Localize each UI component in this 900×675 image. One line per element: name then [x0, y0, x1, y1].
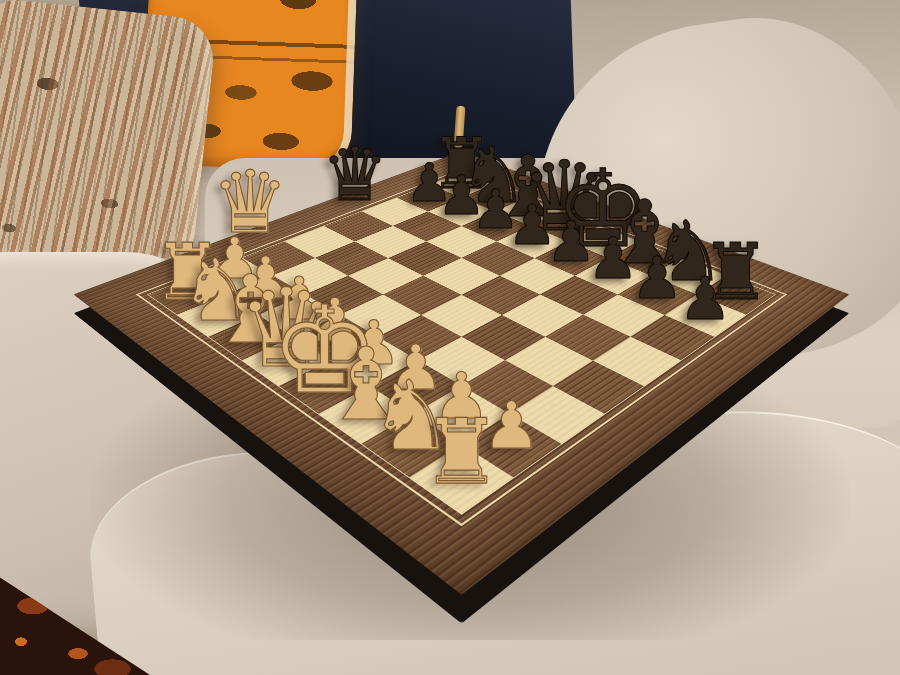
square-e3[interactable]	[377, 315, 461, 360]
square-f3[interactable]	[418, 337, 506, 386]
square-g3[interactable]	[462, 360, 553, 413]
square-d3[interactable]	[340, 295, 421, 337]
scene: ♜♞♝♛♚♝♞♜♟♟♟♟♟♟♟♟♟♟♟♟♟♟♟♟♜♞♝♛♚♝♞♜♛♛	[0, 0, 900, 675]
pillow-tan	[0, 0, 217, 287]
square-g5[interactable]	[546, 315, 630, 360]
square-f2[interactable]	[370, 360, 461, 413]
square-g2[interactable]	[414, 386, 509, 444]
pillow-navy-right	[329, 0, 576, 174]
